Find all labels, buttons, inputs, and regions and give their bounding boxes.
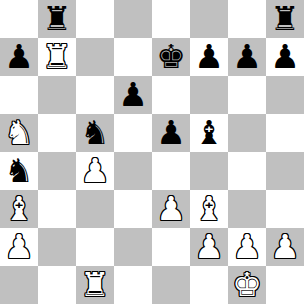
- square-h5[interactable]: [266, 114, 304, 152]
- square-d4[interactable]: [114, 152, 152, 190]
- white-knight-icon: ♞: [4, 114, 34, 152]
- square-f8[interactable]: [190, 0, 228, 38]
- black-pawn-icon: ♟: [232, 38, 262, 76]
- white-pawn-icon: ♟: [194, 228, 224, 266]
- square-e2[interactable]: [152, 228, 190, 266]
- square-f4[interactable]: [190, 152, 228, 190]
- square-c4[interactable]: ♟: [76, 152, 114, 190]
- square-d3[interactable]: [114, 190, 152, 228]
- square-h8[interactable]: ♜: [266, 0, 304, 38]
- square-a7[interactable]: ♟: [0, 38, 38, 76]
- square-h4[interactable]: [266, 152, 304, 190]
- square-b6[interactable]: [38, 76, 76, 114]
- square-a6[interactable]: [0, 76, 38, 114]
- square-c1[interactable]: ♜: [76, 266, 114, 304]
- square-h2[interactable]: ♟: [266, 228, 304, 266]
- square-f2[interactable]: ♟: [190, 228, 228, 266]
- square-f6[interactable]: [190, 76, 228, 114]
- square-a5[interactable]: ♞: [0, 114, 38, 152]
- black-bishop-icon: ♝: [194, 114, 224, 152]
- square-h1[interactable]: [266, 266, 304, 304]
- square-d5[interactable]: [114, 114, 152, 152]
- white-rook-icon: ♜: [42, 38, 72, 76]
- square-h7[interactable]: ♟: [266, 38, 304, 76]
- square-b3[interactable]: [38, 190, 76, 228]
- square-b4[interactable]: [38, 152, 76, 190]
- square-e6[interactable]: [152, 76, 190, 114]
- square-g6[interactable]: [228, 76, 266, 114]
- square-f5[interactable]: ♝: [190, 114, 228, 152]
- square-b8[interactable]: ♜: [38, 0, 76, 38]
- square-f1[interactable]: [190, 266, 228, 304]
- square-e7[interactable]: ♚: [152, 38, 190, 76]
- square-e5[interactable]: ♟: [152, 114, 190, 152]
- black-knight-icon: ♞: [4, 152, 34, 190]
- square-d6[interactable]: ♟: [114, 76, 152, 114]
- square-b1[interactable]: [38, 266, 76, 304]
- square-a3[interactable]: ♝: [0, 190, 38, 228]
- square-f7[interactable]: ♟: [190, 38, 228, 76]
- white-king-icon: ♚: [232, 266, 262, 304]
- square-a1[interactable]: [0, 266, 38, 304]
- square-g4[interactable]: [228, 152, 266, 190]
- black-king-icon: ♚: [156, 38, 186, 76]
- white-pawn-icon: ♟: [156, 190, 186, 228]
- black-rook-icon: ♜: [42, 0, 72, 38]
- white-pawn-icon: ♟: [232, 228, 262, 266]
- square-b2[interactable]: [38, 228, 76, 266]
- white-pawn-icon: ♟: [80, 152, 110, 190]
- square-d2[interactable]: [114, 228, 152, 266]
- square-g2[interactable]: ♟: [228, 228, 266, 266]
- white-bishop-icon: ♝: [194, 190, 224, 228]
- square-g3[interactable]: [228, 190, 266, 228]
- square-d7[interactable]: [114, 38, 152, 76]
- white-bishop-icon: ♝: [4, 190, 34, 228]
- square-e8[interactable]: [152, 0, 190, 38]
- square-c7[interactable]: [76, 38, 114, 76]
- black-pawn-icon: ♟: [194, 38, 224, 76]
- square-c6[interactable]: [76, 76, 114, 114]
- square-d8[interactable]: [114, 0, 152, 38]
- square-g8[interactable]: [228, 0, 266, 38]
- white-pawn-icon: ♟: [270, 228, 300, 266]
- square-c5[interactable]: ♞: [76, 114, 114, 152]
- square-e3[interactable]: ♟: [152, 190, 190, 228]
- black-knight-icon: ♞: [80, 114, 110, 152]
- black-pawn-icon: ♟: [270, 38, 300, 76]
- black-pawn-icon: ♟: [156, 114, 186, 152]
- square-e1[interactable]: [152, 266, 190, 304]
- square-c3[interactable]: [76, 190, 114, 228]
- white-pawn-icon: ♟: [4, 228, 34, 266]
- square-h3[interactable]: [266, 190, 304, 228]
- chess-board: ♜♜♟♜♚♟♟♟♟♞♞♟♝♞♟♝♟♝♟♟♟♟♜♚: [0, 0, 304, 304]
- square-a4[interactable]: ♞: [0, 152, 38, 190]
- square-b5[interactable]: [38, 114, 76, 152]
- square-b7[interactable]: ♜: [38, 38, 76, 76]
- square-f3[interactable]: ♝: [190, 190, 228, 228]
- square-g7[interactable]: ♟: [228, 38, 266, 76]
- square-g5[interactable]: [228, 114, 266, 152]
- square-e4[interactable]: [152, 152, 190, 190]
- square-a8[interactable]: [0, 0, 38, 38]
- black-pawn-icon: ♟: [118, 76, 148, 114]
- square-d1[interactable]: [114, 266, 152, 304]
- black-pawn-icon: ♟: [4, 38, 34, 76]
- square-g1[interactable]: ♚: [228, 266, 266, 304]
- white-rook-icon: ♜: [80, 266, 110, 304]
- square-h6[interactable]: [266, 76, 304, 114]
- square-a2[interactable]: ♟: [0, 228, 38, 266]
- square-c2[interactable]: [76, 228, 114, 266]
- black-rook-icon: ♜: [270, 0, 300, 38]
- square-c8[interactable]: [76, 0, 114, 38]
